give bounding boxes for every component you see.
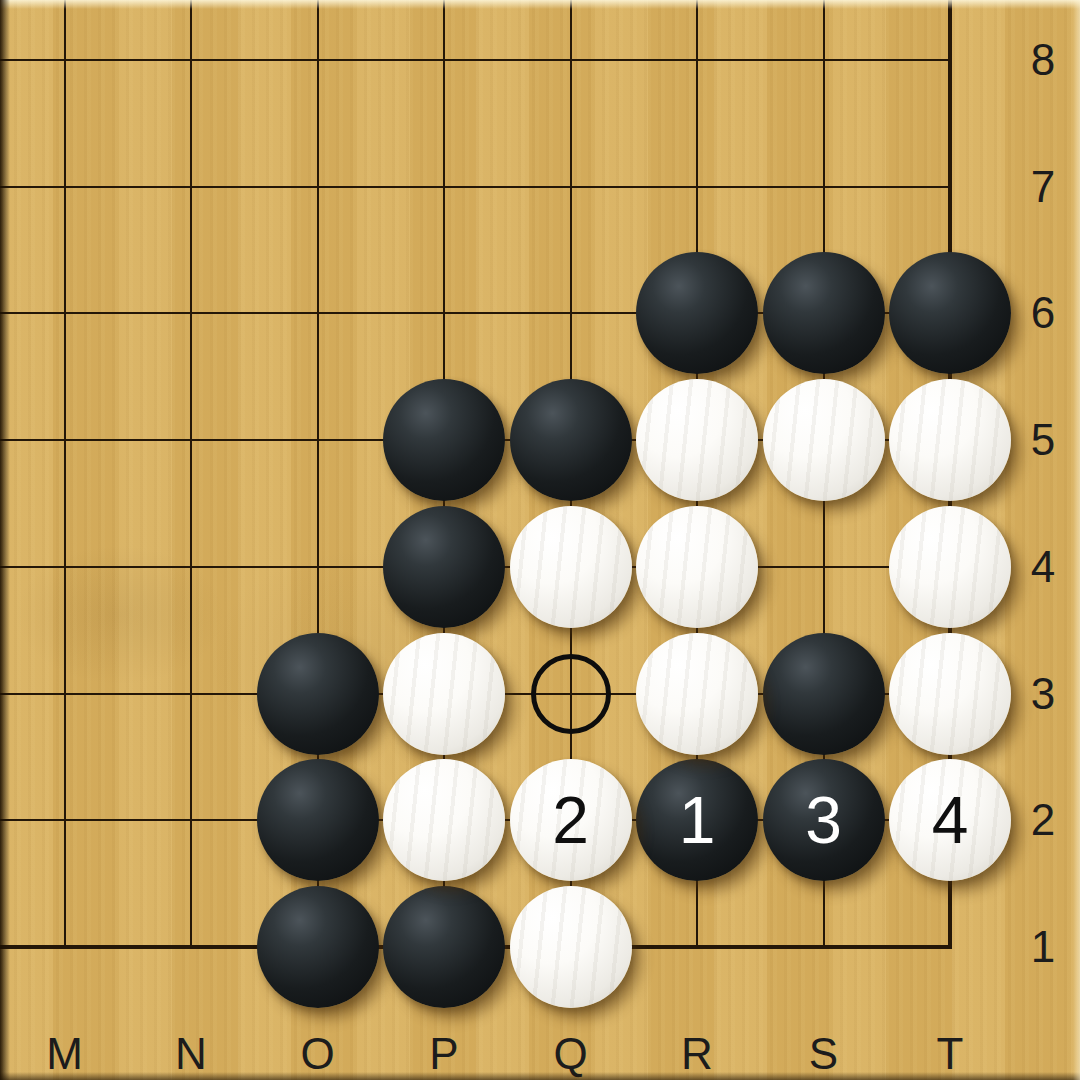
grid-vline-M — [64, 0, 66, 949]
grid-vline-N — [190, 0, 192, 949]
move-number-4: 4 — [889, 759, 1011, 881]
col-label-Q: Q — [553, 1029, 587, 1079]
col-label-N: N — [175, 1029, 207, 1079]
stone-white-T4[interactable] — [889, 506, 1011, 628]
row-label-4: 4 — [1031, 542, 1055, 592]
row-label-3: 3 — [1031, 669, 1055, 719]
stone-black-O1[interactable] — [257, 886, 379, 1008]
stone-white-R5[interactable] — [636, 379, 758, 501]
row-label-1: 1 — [1031, 922, 1055, 972]
move-number-1: 1 — [636, 759, 758, 881]
stone-black-O2[interactable] — [257, 759, 379, 881]
stone-black-P5[interactable] — [383, 379, 505, 501]
row-label-5: 5 — [1031, 415, 1055, 465]
move-number-3: 3 — [763, 759, 885, 881]
stone-black-R2[interactable]: 1 — [636, 759, 758, 881]
circle-marker-Q3[interactable] — [531, 654, 611, 734]
grid-hline-8 — [0, 59, 952, 61]
stone-black-R6[interactable] — [636, 252, 758, 374]
go-board[interactable]: 1324 MNOPQRST 87654321 — [0, 0, 1080, 1080]
stone-black-P1[interactable] — [383, 886, 505, 1008]
stone-white-Q1[interactable] — [510, 886, 632, 1008]
stone-white-T2[interactable]: 4 — [889, 759, 1011, 881]
stone-black-Q5[interactable] — [510, 379, 632, 501]
stone-black-S2[interactable]: 3 — [763, 759, 885, 881]
col-label-P: P — [429, 1029, 458, 1079]
col-label-R: R — [681, 1029, 713, 1079]
row-label-2: 2 — [1031, 795, 1055, 845]
stone-white-Q2[interactable]: 2 — [510, 759, 632, 881]
stone-white-T3[interactable] — [889, 633, 1011, 755]
stone-white-T5[interactable] — [889, 379, 1011, 501]
col-label-S: S — [809, 1029, 838, 1079]
stone-white-P2[interactable] — [383, 759, 505, 881]
stone-black-P4[interactable] — [383, 506, 505, 628]
row-label-6: 6 — [1031, 288, 1055, 338]
col-label-O: O — [300, 1029, 334, 1079]
stone-black-T6[interactable] — [889, 252, 1011, 374]
stone-white-S5[interactable] — [763, 379, 885, 501]
col-label-T: T — [937, 1029, 964, 1079]
stone-white-R4[interactable] — [636, 506, 758, 628]
stone-white-R3[interactable] — [636, 633, 758, 755]
move-number-2: 2 — [510, 759, 632, 881]
stone-black-S3[interactable] — [763, 633, 885, 755]
stone-black-S6[interactable] — [763, 252, 885, 374]
row-label-7: 7 — [1031, 162, 1055, 212]
stone-black-O3[interactable] — [257, 633, 379, 755]
row-label-8: 8 — [1031, 35, 1055, 85]
col-label-M: M — [46, 1029, 83, 1079]
stone-white-Q4[interactable] — [510, 506, 632, 628]
grid-hline-7 — [0, 186, 952, 188]
stone-white-P3[interactable] — [383, 633, 505, 755]
